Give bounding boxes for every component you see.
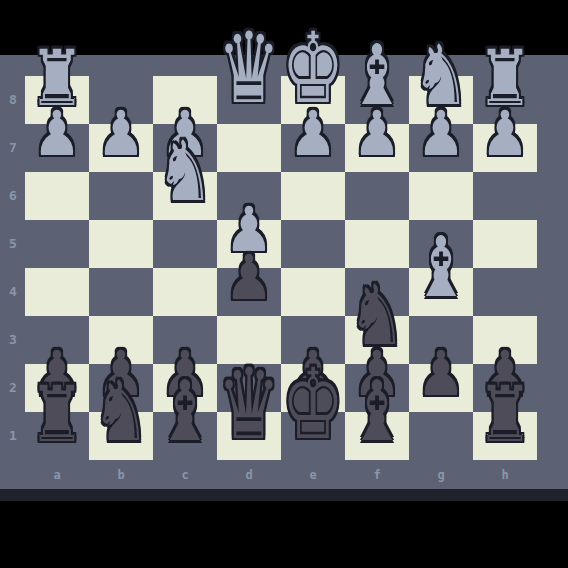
square-h6[interactable] <box>473 172 537 220</box>
file-label-c: c <box>153 467 217 483</box>
black-pawn-a7[interactable]: ♟ <box>25 103 89 165</box>
black-knight-c6[interactable]: ♞ <box>153 130 217 213</box>
square-c4[interactable] <box>153 268 217 316</box>
black-queen-d8[interactable]: ♛ <box>217 19 281 117</box>
rank-label-4: 4 <box>5 284 21 300</box>
file-label-e: e <box>281 467 345 483</box>
square-a4[interactable] <box>25 268 89 316</box>
square-f6[interactable] <box>345 172 409 220</box>
square-g1[interactable] <box>409 412 473 460</box>
white-knight-b1[interactable]: ♞ <box>89 370 153 453</box>
white-king-e1[interactable]: ♚ <box>281 355 345 453</box>
black-pawn-h7[interactable]: ♟ <box>473 103 537 165</box>
white-bishop-f1[interactable]: ♝ <box>345 370 409 453</box>
square-h5[interactable] <box>473 220 537 268</box>
rank-label-7: 7 <box>5 140 21 156</box>
rank-label-5: 5 <box>5 236 21 252</box>
white-bishop-c1[interactable]: ♝ <box>153 370 217 453</box>
black-pawn-b7[interactable]: ♟ <box>89 103 153 165</box>
rank-label-6: 6 <box>5 188 21 204</box>
game-viewport: 87654321abcdefgh ♜♛♚♝♞♜♟♟♟♟♟♟♟♞♟♟♝♞♟♟♟♟♟… <box>0 0 568 568</box>
white-pawn-g2[interactable]: ♟ <box>409 343 473 405</box>
white-rook-h1[interactable]: ♜ <box>473 376 537 454</box>
square-e4[interactable] <box>281 268 345 316</box>
square-g6[interactable] <box>409 172 473 220</box>
square-a6[interactable] <box>25 172 89 220</box>
square-f5[interactable] <box>345 220 409 268</box>
square-e6[interactable] <box>281 172 345 220</box>
file-label-b: b <box>89 467 153 483</box>
square-a5[interactable] <box>25 220 89 268</box>
square-b4[interactable] <box>89 268 153 316</box>
file-label-f: f <box>345 467 409 483</box>
rank-label-3: 3 <box>5 332 21 348</box>
rank-label-2: 2 <box>5 380 21 396</box>
white-rook-a1[interactable]: ♜ <box>25 376 89 454</box>
rank-label-8: 8 <box>5 92 21 108</box>
file-label-g: g <box>409 467 473 483</box>
black-pawn-e7[interactable]: ♟ <box>281 103 345 165</box>
file-label-d: d <box>217 467 281 483</box>
square-d7[interactable] <box>217 124 281 172</box>
white-pawn-d4[interactable]: ♟ <box>217 247 281 309</box>
square-h4[interactable] <box>473 268 537 316</box>
black-pawn-g7[interactable]: ♟ <box>409 103 473 165</box>
black-bishop-g4[interactable]: ♝ <box>409 226 473 309</box>
square-b5[interactable] <box>89 220 153 268</box>
rank-label-1: 1 <box>5 428 21 444</box>
bottom-strip <box>0 489 568 501</box>
square-e5[interactable] <box>281 220 345 268</box>
black-pawn-f7[interactable]: ♟ <box>345 103 409 165</box>
white-queen-d1[interactable]: ♛ <box>217 355 281 453</box>
file-label-a: a <box>25 467 89 483</box>
square-c5[interactable] <box>153 220 217 268</box>
square-b6[interactable] <box>89 172 153 220</box>
file-label-h: h <box>473 467 537 483</box>
